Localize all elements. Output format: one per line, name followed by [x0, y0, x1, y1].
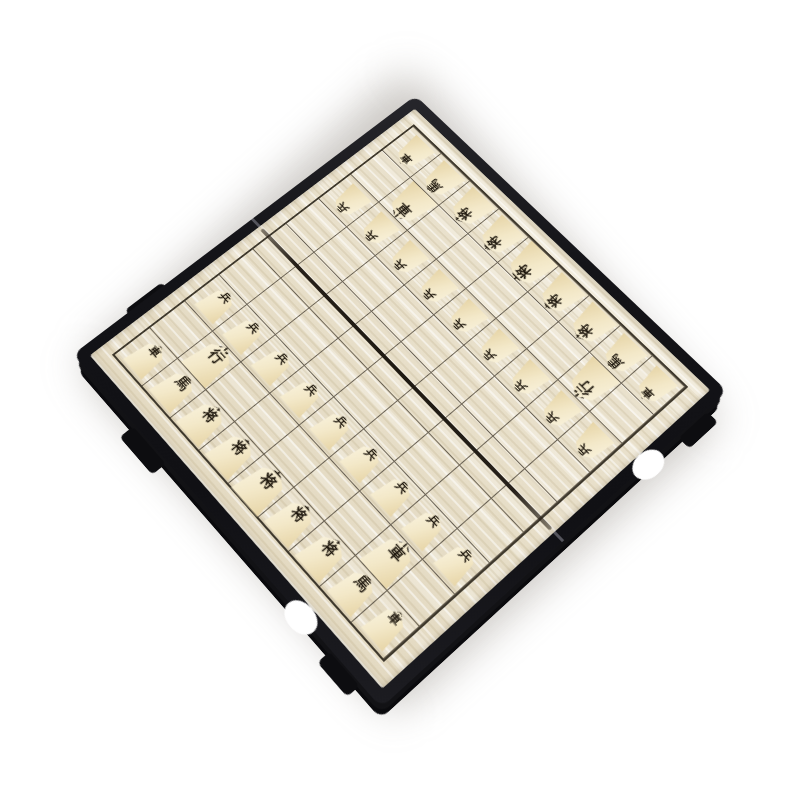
piece-kanji: 歩 [353, 236, 370, 251]
piece-kanji: 将 [543, 291, 563, 309]
piece-kanji: 歩 [471, 354, 488, 370]
piece-kanji: 兵 [391, 257, 408, 272]
piece-pawn-gote[interactable]: 歩兵 [414, 268, 459, 309]
piece-kanji: 車 [146, 344, 163, 360]
board-cell[interactable] [388, 561, 456, 628]
piece-kanji: 歩 [411, 294, 428, 309]
board-base-sidewall [75, 105, 724, 714]
piece-kanji: 車 [385, 610, 404, 629]
board-cell[interactable] [142, 360, 206, 420]
board-cell[interactable] [114, 330, 177, 389]
board-cell[interactable] [458, 500, 524, 565]
board-cell[interactable] [395, 434, 460, 496]
board-cell[interactable] [206, 364, 270, 424]
board-cell[interactable] [526, 382, 590, 442]
board-surface: 香車桂馬銀将金将玉将金将銀将桂馬香車飛車角行歩兵歩兵歩兵歩兵歩兵歩兵歩兵歩兵歩兵… [90, 109, 710, 689]
board-cell[interactable] [498, 239, 559, 294]
piece-kanji: 将 [574, 321, 595, 340]
board-cell[interactable] [235, 395, 300, 456]
board-cell[interactable] [150, 303, 213, 361]
piece-pawn-gote[interactable]: 歩兵 [385, 239, 430, 279]
piece-pawn-sente[interactable]: 歩兵 [401, 505, 450, 552]
board-cell[interactable] [360, 464, 426, 527]
shogi-board: 香車桂馬銀将金将玉将金将銀将桂馬香車飛車角行歩兵歩兵歩兵歩兵歩兵歩兵歩兵歩兵歩兵… [72, 95, 727, 708]
board-cell[interactable] [305, 340, 368, 399]
piece-kanji: 歩 [466, 538, 484, 556]
piece-kanji: 金 [301, 494, 323, 515]
piece-bishop-gote[interactable]: 角行 [561, 356, 620, 411]
base-foot [317, 651, 359, 696]
board-cell[interactable] [497, 294, 559, 351]
board-cell[interactable] [343, 258, 405, 314]
piece-kanji: 兵 [543, 409, 560, 425]
piece-pawn-gote[interactable]: 歩兵 [443, 297, 489, 338]
board-cell[interactable] [325, 493, 391, 558]
piece-kanji: 馬 [606, 352, 625, 370]
piece-pawn-sente[interactable]: 歩兵 [339, 438, 387, 483]
piece-kanji: 兵 [362, 229, 379, 244]
piece-lance-gote[interactable]: 香車 [390, 134, 435, 172]
board-cell[interactable] [258, 489, 324, 554]
piece-knight-sente[interactable]: 桂馬 [148, 365, 201, 414]
board-frame: 香車桂馬銀将金将玉将金将銀将桂馬香車飛車角行歩兵歩兵歩兵歩兵歩兵歩兵歩兵歩兵歩兵… [73, 96, 727, 708]
piece-kanji: 王 [270, 459, 294, 482]
piece-kanji: 馬 [173, 374, 193, 392]
piece-kanji: 歩 [283, 343, 300, 359]
piece-kanji: 金 [241, 428, 262, 448]
piece-kanji: 将 [513, 260, 535, 280]
base-foot [124, 283, 170, 321]
board-cell[interactable] [391, 497, 457, 562]
piece-kanji: 兵 [425, 512, 443, 529]
piece-kanji: 桂 [416, 185, 434, 201]
piece-kanji: 香 [630, 392, 647, 408]
board-cell[interactable] [398, 375, 462, 435]
board-cell[interactable] [270, 367, 334, 427]
piece-silver-sente[interactable]: 銀将 [294, 527, 352, 584]
piece-kanji: 桂 [184, 366, 204, 384]
board-cell[interactable] [464, 320, 527, 378]
piece-pawn-sente[interactable]: 歩兵 [433, 539, 482, 587]
piece-kanji: 兵 [457, 546, 475, 564]
piece-kanji: 歩 [325, 207, 341, 221]
piece-kanji: 銀 [564, 330, 585, 349]
board-cell[interactable] [426, 467, 492, 530]
camera-tilt-wrapper: 香車桂馬銀将金将玉将金将銀将桂馬香車飛車角行歩兵歩兵歩兵歩兵歩兵歩兵歩兵歩兵歩兵… [0, 0, 800, 800]
piece-silver-sente[interactable]: 銀将 [175, 395, 231, 448]
piece-kanji: 歩 [566, 449, 584, 466]
piece-kanji: 飛 [397, 531, 420, 554]
board-cell[interactable] [294, 460, 360, 523]
board-cell[interactable] [364, 402, 429, 463]
board-cell[interactable] [434, 290, 496, 347]
board-cell[interactable] [330, 431, 395, 493]
piece-gold-sente[interactable]: 金将 [204, 427, 261, 481]
board-cell[interactable] [559, 297, 621, 354]
piece-pawn-gote[interactable]: 歩兵 [536, 389, 583, 433]
piece-kanji: 銀 [212, 396, 233, 416]
piece-kanji: 飛 [382, 209, 403, 228]
piece-kanji: 車 [398, 151, 414, 165]
piece-king-sente[interactable]: 王将 [231, 457, 294, 517]
piece-kanji: 将 [256, 470, 280, 493]
piece-pawn-sente[interactable]: 歩兵 [370, 471, 418, 517]
piece-kanji: 歩 [254, 313, 271, 329]
piece-pawn-gote[interactable]: 歩兵 [568, 421, 615, 466]
board-cell[interactable] [462, 378, 526, 438]
board-cell[interactable] [372, 287, 434, 344]
board-cell[interactable] [405, 261, 467, 317]
piece-kanji: 歩 [534, 417, 551, 433]
board-cell[interactable] [228, 456, 294, 519]
board-cell[interactable] [289, 523, 356, 589]
board-cell[interactable] [379, 179, 439, 232]
piece-kanji: 将 [229, 438, 250, 458]
piece-pawn-gote[interactable]: 歩兵 [474, 327, 520, 369]
piece-kanji: 馬 [426, 178, 444, 194]
piece-kanji: 香 [156, 337, 173, 353]
piece-kanji: 銀 [331, 528, 353, 549]
piece-kanji: 歩 [441, 324, 458, 340]
board-cell[interactable] [286, 200, 347, 254]
board-cell[interactable] [495, 351, 558, 410]
piece-kanji: 車 [639, 384, 656, 400]
board-cell[interactable] [622, 358, 685, 417]
board-cell[interactable] [527, 324, 590, 382]
piece-kanji: 兵 [303, 382, 320, 398]
piece-kanji: 将 [483, 233, 503, 251]
board-cell[interactable] [220, 251, 282, 307]
board-cell[interactable] [264, 427, 329, 489]
board-cell[interactable] [320, 558, 388, 625]
perspective-stage: 香車桂馬銀将金将玉将金将銀将桂馬香車飛車角行歩兵歩兵歩兵歩兵歩兵歩兵歩兵歩兵歩兵… [155, 127, 644, 616]
board-cell[interactable] [178, 333, 241, 392]
board-cell[interactable] [281, 254, 343, 310]
board-cell[interactable] [423, 531, 490, 597]
piece-pawn-gote[interactable]: 歩兵 [504, 358, 551, 401]
board-cell[interactable] [432, 347, 495, 406]
piece-kanji: 角 [218, 337, 240, 357]
piece-kanji: 兵 [420, 287, 437, 302]
piece-gold-sente[interactable]: 金将 [263, 493, 321, 549]
piece-kanji: 歩 [312, 374, 329, 390]
piece-kanji: 香 [389, 158, 405, 172]
board-cells [114, 128, 685, 661]
piece-kanji: 歩 [342, 406, 360, 422]
piece-kanji: 馬 [352, 573, 373, 593]
board-cell[interactable] [429, 406, 494, 467]
board-cell[interactable] [590, 385, 654, 445]
board-cell[interactable] [347, 204, 408, 258]
piece-kanji: 兵 [217, 290, 234, 305]
piece-pawn-gote[interactable]: 歩兵 [356, 210, 401, 249]
board-cell[interactable] [368, 344, 431, 403]
board-cell[interactable] [356, 527, 423, 593]
board-cell[interactable] [334, 371, 398, 431]
piece-kanji: 将 [289, 504, 311, 525]
base-foot [119, 426, 165, 474]
piece-kanji: 兵 [393, 479, 411, 496]
board-cell[interactable] [402, 317, 465, 375]
board-cell[interactable] [185, 276, 247, 333]
board-cell[interactable] [383, 128, 442, 179]
board-cell[interactable] [494, 410, 559, 471]
piece-pawn-sente[interactable]: 歩兵 [250, 344, 297, 387]
piece-kanji: 玉 [501, 270, 523, 290]
pieces-layer: 香車桂馬銀将金将玉将金将銀将桂馬香車飛車角行歩兵歩兵歩兵歩兵歩兵歩兵歩兵歩兵歩兵… [415, 109, 710, 390]
piece-lance-gote[interactable]: 香車 [631, 364, 679, 408]
board-cell[interactable] [319, 176, 379, 229]
piece-kanji: 金 [533, 300, 553, 319]
piece-kanji: 兵 [450, 317, 467, 332]
piece-rook-sente[interactable]: 飛車 [359, 528, 422, 589]
board-cell[interactable] [460, 438, 525, 500]
piece-gold-gote[interactable]: 金将 [533, 271, 587, 319]
piece-kanji: 兵 [362, 446, 380, 463]
piece-kanji: 将 [319, 538, 341, 560]
piece-kanji: 将 [454, 205, 474, 222]
board-cell[interactable] [199, 424, 264, 486]
piece-lance-sente[interactable]: 香車 [361, 600, 413, 651]
piece-knight-gote[interactable]: 桂馬 [417, 159, 466, 202]
piece-king-gote[interactable]: 玉将 [500, 240, 559, 292]
board-cell[interactable] [492, 471, 558, 535]
piece-kanji: 行 [206, 346, 228, 367]
board-cell[interactable] [467, 264, 529, 320]
board-cell[interactable] [314, 229, 375, 284]
piece-pawn-gote[interactable]: 歩兵 [328, 182, 372, 221]
fold-seam [260, 228, 552, 531]
piece-kanji: 歩 [502, 386, 519, 402]
piece-kanji: 桂 [363, 564, 384, 584]
piece-silver-gote[interactable]: 銀将 [444, 186, 496, 232]
board-cell[interactable] [300, 399, 365, 460]
board-cell[interactable] [411, 155, 471, 207]
piece-kanji: 兵 [575, 441, 593, 458]
board-cell[interactable] [376, 232, 437, 287]
piece-kanji: 角 [563, 387, 585, 408]
piece-kanji: 歩 [403, 470, 421, 487]
board-cell[interactable] [352, 593, 420, 662]
piece-kanji: 兵 [511, 378, 528, 394]
piece-kanji: 桂 [596, 361, 615, 379]
piece-silver-gote[interactable]: 銀将 [564, 300, 618, 349]
board-base-underside [77, 113, 722, 719]
board-cell[interactable] [253, 225, 314, 280]
piece-kanji: 行 [574, 377, 596, 398]
piece-pawn-sente[interactable]: 歩兵 [194, 283, 240, 324]
piece-kanji: 将 [200, 406, 221, 426]
hinge-gap [552, 530, 564, 542]
board-cell[interactable] [339, 313, 402, 371]
board-cell[interactable] [247, 280, 309, 337]
board-cell[interactable] [213, 306, 276, 364]
piece-knight-sente[interactable]: 桂馬 [327, 563, 383, 618]
board-cell[interactable] [559, 354, 622, 413]
piece-kanji: 歩 [382, 264, 399, 279]
piece-kanji: 車 [394, 200, 415, 219]
piece-kanji: 兵 [273, 351, 290, 367]
piece-pawn-sente[interactable]: 歩兵 [309, 406, 357, 451]
piece-pawn-sente[interactable]: 歩兵 [279, 375, 326, 419]
board-cell[interactable] [528, 268, 590, 324]
piece-kanji: 歩 [372, 438, 390, 455]
board-cell[interactable] [351, 152, 411, 204]
board-cell[interactable] [590, 327, 653, 385]
board-cell[interactable] [241, 337, 304, 396]
piece-kanji: 香 [395, 601, 414, 619]
board-grid [112, 124, 688, 662]
piece-bishop-sente[interactable]: 角行 [181, 334, 241, 389]
board-cell[interactable] [310, 283, 372, 340]
piece-rook-gote[interactable]: 飛車 [382, 180, 438, 229]
piece-kanji: 銀 [444, 213, 464, 231]
board-cell[interactable] [170, 392, 235, 453]
product-photo-scene: 香車桂馬銀将金将玉将金将銀将桂馬香車飛車角行歩兵歩兵歩兵歩兵歩兵歩兵歩兵歩兵歩兵… [0, 0, 800, 800]
piece-kanji: 歩 [226, 283, 243, 298]
piece-kanji: 兵 [332, 413, 350, 429]
board-cell[interactable] [276, 310, 339, 368]
piece-kanji: 兵 [334, 200, 350, 214]
piece-pawn-sente[interactable]: 歩兵 [222, 313, 268, 355]
piece-knight-gote[interactable]: 桂馬 [597, 332, 649, 380]
piece-gold-gote[interactable]: 金将 [473, 214, 526, 261]
piece-kanji: 兵 [480, 347, 497, 363]
piece-kanji: 金 [473, 241, 493, 259]
piece-kanji: 車 [385, 542, 409, 565]
hinge-gap [251, 218, 261, 228]
piece-lance-sente[interactable]: 香車 [123, 336, 171, 380]
piece-kanji: 兵 [245, 320, 262, 336]
board-cell[interactable] [439, 183, 499, 236]
board-cell[interactable] [468, 210, 529, 264]
board-cell[interactable] [408, 207, 469, 261]
board-cell[interactable] [525, 442, 590, 504]
board-cell[interactable] [558, 413, 623, 474]
board-cell[interactable] [437, 235, 498, 290]
piece-kanji: 歩 [434, 504, 452, 521]
